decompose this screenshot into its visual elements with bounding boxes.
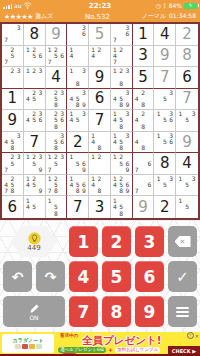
pencil-marks: 13458 <box>111 132 132 153</box>
wifi-icon <box>23 2 32 9</box>
given-digit: 4 <box>46 67 67 88</box>
user-digit: 9 <box>46 24 67 45</box>
given-digit: 8 <box>24 24 45 45</box>
cell-r6c3[interactable]: 3568 <box>46 132 68 154</box>
cell-r2c1[interactable]: 257 <box>2 46 24 68</box>
pencil-marks: 3568 <box>46 132 67 153</box>
pencil-marks: 145 <box>24 196 45 218</box>
given-digit: 2 <box>154 196 175 218</box>
cell-r5c2[interactable]: 23456 <box>24 110 46 132</box>
cell-r4c5[interactable]: 6 <box>89 89 111 111</box>
cell-r4c4[interactable]: 34589 <box>67 89 89 111</box>
cell-r6c7[interactable]: 48 <box>133 132 155 154</box>
ad-info-icon[interactable]: ? <box>187 332 194 339</box>
cell-r3c7[interactable]: 5 <box>133 67 155 89</box>
pencil-marks: 48 <box>133 132 154 153</box>
difficulty-group: ★★★★★ 激ムズ <box>4 12 53 21</box>
pencil-marks: 158 <box>46 196 67 218</box>
user-digit: 2 <box>176 24 198 45</box>
cell-r2c4[interactable]: 14 <box>67 46 89 68</box>
cell-r8c1[interactable]: 24578 <box>2 175 24 197</box>
given-digit: 4 <box>176 153 198 174</box>
cell-r3c6[interactable]: 1238 <box>111 67 133 89</box>
pencil-marks: 67 <box>133 175 154 196</box>
pencil-marks: 1569 <box>67 153 88 174</box>
pencil-marks: 138 <box>67 67 88 88</box>
mode-timer-group: ノーマル 01:34:58 <box>142 12 196 21</box>
cell-r6c1[interactable]: 3458 <box>2 132 24 154</box>
pencil-marks: 23 <box>2 67 23 88</box>
cell-r6c4[interactable]: 2 <box>67 132 89 154</box>
cell-r8c8[interactable]: 135 <box>154 175 176 197</box>
given-digit: 3 <box>133 46 154 67</box>
hint-count: 449 <box>27 245 40 252</box>
game-header: ★★★★★ 激ムズ No.532 ノーマル 01:34:58 <box>0 11 200 22</box>
user-digit: 5 <box>89 24 110 45</box>
pencil-marks: 12357 <box>46 153 67 174</box>
user-digit: 9 <box>133 196 154 218</box>
cell-r5c8[interactable]: 1356 <box>154 110 176 132</box>
lightbulb-icon <box>28 232 41 245</box>
cell-r1c4[interactable]: 36 <box>67 24 89 46</box>
given-digit: 5 <box>133 67 154 88</box>
difficulty-label: 激ムズ <box>35 12 53 21</box>
cell-r4c8[interactable]: 35 <box>154 89 176 111</box>
pencil-marks: 23456 <box>24 110 45 131</box>
cell-r8c4[interactable]: 145689 <box>67 175 89 197</box>
given-digit: 1 <box>133 24 154 45</box>
num-1-button[interactable]: 1 <box>69 226 98 257</box>
num-4-button[interactable]: 4 <box>69 261 98 292</box>
user-digit: 9 <box>176 132 198 153</box>
signal-icon <box>3 3 12 9</box>
pencil-marks: 367 <box>111 24 132 45</box>
pencil-marks: 2345 <box>24 89 45 110</box>
pencil-marks: 123 <box>24 67 45 88</box>
ad-pill-1: 選べるプレゼント6種 <box>58 347 106 353</box>
menu-button[interactable] <box>168 296 197 327</box>
cell-r9c3[interactable]: 158 <box>46 196 68 218</box>
difficulty-stars: ★★★★★ <box>4 13 33 21</box>
user-digit: 7 <box>154 67 175 88</box>
pencil-marks: 1238 <box>111 67 132 88</box>
cell-r3c1[interactable]: 23 <box>2 67 24 89</box>
cell-r4c9[interactable]: 7 <box>176 89 198 111</box>
cell-r7c8[interactable]: 8 <box>154 153 176 175</box>
cell-r1c1[interactable]: 37 <box>2 24 24 46</box>
cell-r4c3[interactable]: 2358 <box>46 89 68 111</box>
cell-r2c2[interactable]: 1256 <box>24 46 46 68</box>
cell-r7c3[interactable]: 12357 <box>46 153 68 175</box>
undo-button[interactable]: ↶ <box>3 261 32 292</box>
carrier-label: au <box>14 2 21 9</box>
ad-brand-label: カラダノート <box>13 338 44 343</box>
cell-r9c7[interactable]: 9 <box>133 196 155 218</box>
user-digit: 8 <box>176 46 198 67</box>
cell-r8c6[interactable]: 1245689 <box>111 175 133 197</box>
cell-r1c3[interactable]: 9 <box>46 24 68 46</box>
pencil-marks: 1356 <box>154 132 175 153</box>
pencil-marks: 1345 <box>67 110 88 131</box>
pencil-marks: 12459 <box>24 175 45 196</box>
cell-r1c2[interactable]: 8 <box>24 24 46 46</box>
pencil-marks: 148 <box>89 132 110 153</box>
given-digit: 7 <box>89 110 110 131</box>
cell-r9c5[interactable]: 3 <box>89 196 111 218</box>
keypad: 449 1 2 3 ✕ ↶ ↷ 4 5 6 ✓ ON 7 8 9 <box>0 220 200 332</box>
pencil-marks: 14 <box>67 46 88 67</box>
pencil-marks: 67 <box>133 153 154 174</box>
cell-r4c6[interactable]: 34589 <box>111 89 133 111</box>
pencil-marks: 257 <box>2 46 23 67</box>
cell-r5c5[interactable]: 7 <box>89 110 111 132</box>
bluetooth-icon: ᛒ <box>163 3 167 9</box>
cell-r9c2[interactable]: 145 <box>24 196 46 218</box>
cell-r3c8[interactable]: 7 <box>154 67 176 89</box>
cell-r3c2[interactable]: 123 <box>24 67 46 89</box>
cell-r7c9[interactable]: 4 <box>176 153 198 175</box>
pencil-marks: 12569 <box>111 153 132 174</box>
cell-r5c4[interactable]: 1345 <box>67 110 89 132</box>
cell-r9c4[interactable]: 7 <box>67 196 89 218</box>
ad-subtext: 選べるプレゼント6種 + 無料お試しサンプル <box>58 346 160 353</box>
num-5-button[interactable]: 5 <box>102 261 131 292</box>
given-digit: 4 <box>154 24 175 45</box>
pencil-marks: 24578 <box>2 175 23 196</box>
alarm-icon: ◷ <box>156 3 161 9</box>
battery-percent: 84% <box>169 2 182 9</box>
cell-r7c7[interactable]: 67 <box>133 153 155 175</box>
status-left: au <box>3 2 32 9</box>
pencil-marks: 34589 <box>111 89 132 110</box>
num-9-button[interactable]: 9 <box>135 296 164 327</box>
pencil-marks: 12 <box>89 153 110 174</box>
pencil-marks: 37 <box>2 24 23 45</box>
cell-r3c3[interactable]: 4 <box>46 67 68 89</box>
cell-r7c5[interactable]: 12 <box>89 153 111 175</box>
sudoku-board: 3789365367142257125612567141241247398231… <box>0 22 200 220</box>
ad-corner-icons: ? ✕ <box>187 332 199 339</box>
pencil-marks: 3458 <box>2 132 23 153</box>
cell-r2c3[interactable]: 12567 <box>46 46 68 68</box>
ad-product-thumbs <box>15 344 42 349</box>
num-3-button[interactable]: 3 <box>135 226 164 257</box>
redo-button[interactable]: ↷ <box>36 261 65 292</box>
hint-button[interactable]: 449 <box>3 226 65 257</box>
pencil-marks: 1256 <box>24 46 45 67</box>
backspace-icon: ✕ <box>175 236 191 247</box>
pencil-marks: 135 <box>176 175 198 196</box>
cell-r3c5[interactable]: 9 <box>89 67 111 89</box>
cell-r3c9[interactable]: 6 <box>176 67 198 89</box>
pencil-icon <box>29 303 40 314</box>
cell-r9c1[interactable]: 6 <box>2 196 24 218</box>
cell-r9c6[interactable]: 1458 <box>111 196 133 218</box>
cell-r8c2[interactable]: 12459 <box>24 175 46 197</box>
cell-r5c6[interactable]: 13458 <box>111 110 133 132</box>
cell-r5c1[interactable]: 9 <box>2 110 24 132</box>
cell-r7c6[interactable]: 12569 <box>111 153 133 175</box>
cell-r9c8[interactable]: 2 <box>154 196 176 218</box>
pencil-marks: 12578 <box>46 175 67 196</box>
cell-r2c8[interactable]: 9 <box>154 46 176 68</box>
given-digit: 6 <box>89 89 110 110</box>
check-button[interactable]: ✓ <box>168 261 197 292</box>
cell-r2c5[interactable]: 124 <box>89 46 111 68</box>
pencil-marks: 1356 <box>154 110 175 131</box>
given-digit: 6 <box>176 67 198 88</box>
cell-r4c1[interactable]: 1 <box>2 89 24 111</box>
given-digit: 7 <box>67 196 88 218</box>
charging-bolt-icon: ϟ <box>189 3 192 8</box>
ad-close-icon[interactable]: ✕ <box>195 333 199 339</box>
cell-r1c7[interactable]: 1 <box>133 24 155 46</box>
given-digit: 3 <box>89 196 110 218</box>
pencil-marks: 1245689 <box>111 175 132 196</box>
given-digit: 9 <box>2 110 23 131</box>
backspace-button[interactable]: ✕ <box>168 226 197 257</box>
num-8-button[interactable]: 8 <box>102 296 131 327</box>
cell-r8c9[interactable]: 135 <box>176 175 198 197</box>
cell-r5c7[interactable]: 248 <box>133 110 155 132</box>
ad-plus: + <box>108 346 113 353</box>
cell-r6c8[interactable]: 1356 <box>154 132 176 154</box>
mode-label: ノーマル <box>142 12 166 21</box>
num-2-button[interactable]: 2 <box>102 226 131 257</box>
pencil-marks: 124 <box>89 46 110 67</box>
app-window: au 22:23 ◷ ᛒ 84% ϟ ★★★★★ 激ムズ No.532 ノーマル… <box>0 0 200 356</box>
cell-r1c5[interactable]: 5 <box>89 24 111 46</box>
pencil-marks: 1247 <box>111 46 132 67</box>
pencil-marks: 13458 <box>111 110 132 131</box>
user-digit: 9 <box>154 46 175 67</box>
ad-logo: カラダノート <box>2 334 54 353</box>
given-digit: 7 <box>24 132 45 153</box>
pencil-marks: 248 <box>133 110 154 131</box>
pencil-marks: 36 <box>67 24 88 45</box>
pencil-marks: 1458 <box>111 196 132 218</box>
pencil-marks: 2357 <box>2 153 23 174</box>
battery-icon: ϟ <box>184 3 197 9</box>
pencil-marks: 2358 <box>46 89 67 110</box>
cell-r2c7[interactable]: 3 <box>133 46 155 68</box>
ad-banner[interactable]: カラダノート 育児中の ママ 全員プレゼント! ? ✕ 選べるプレゼント6種 +… <box>0 332 200 356</box>
cell-r6c5[interactable]: 148 <box>89 132 111 154</box>
cell-r7c2[interactable]: 12359 <box>24 153 46 175</box>
pencil-marks: 15 <box>176 196 198 218</box>
cell-r1c6[interactable]: 367 <box>111 24 133 46</box>
given-digit: 1 <box>2 89 23 110</box>
given-digit: 9 <box>89 67 110 88</box>
memo-on-label: ON <box>29 315 38 321</box>
cell-r6c6[interactable]: 13458 <box>111 132 133 154</box>
pencil-marks: 1248 <box>89 175 110 196</box>
memo-toggle-button[interactable]: ON <box>3 296 65 327</box>
cell-r2c6[interactable]: 1247 <box>111 46 133 68</box>
user-digit: 7 <box>176 89 198 110</box>
pencil-marks: 145689 <box>67 175 88 196</box>
pencil-marks: 35 <box>154 89 175 110</box>
cell-r9c9[interactable]: 15 <box>176 196 198 218</box>
cell-r5c3[interactable]: 23568 <box>46 110 68 132</box>
cell-r8c5[interactable]: 1248 <box>89 175 111 197</box>
pencil-marks: 34589 <box>67 89 88 110</box>
pencil-marks: 12567 <box>46 46 67 67</box>
cell-r4c2[interactable]: 2345 <box>24 89 46 111</box>
cell-r8c7[interactable]: 67 <box>133 175 155 197</box>
cell-r8c3[interactable]: 12578 <box>46 175 68 197</box>
cell-r7c1[interactable]: 2357 <box>2 153 24 175</box>
num-6-button[interactable]: 6 <box>135 261 164 292</box>
cell-r7c4[interactable]: 1569 <box>67 153 89 175</box>
pencil-marks: 135 <box>176 110 198 131</box>
cell-r1c9[interactable]: 2 <box>176 24 198 46</box>
status-bar: au 22:23 ◷ ᛒ 84% ϟ <box>0 0 200 11</box>
pencil-marks: 135 <box>154 175 175 196</box>
cell-r4c7[interactable]: 248 <box>133 89 155 111</box>
pencil-marks: 23568 <box>46 110 67 131</box>
pencil-marks: 248 <box>133 89 154 110</box>
cell-r6c9[interactable]: 9 <box>176 132 198 154</box>
given-digit: 2 <box>67 132 88 153</box>
cell-r1c8[interactable]: 4 <box>154 24 176 46</box>
cell-r2c9[interactable]: 8 <box>176 46 198 68</box>
cell-r6c2[interactable]: 7 <box>24 132 46 154</box>
puzzle-number: No.532 <box>85 13 110 21</box>
given-digit: 8 <box>154 153 175 174</box>
cell-r5c9[interactable]: 135 <box>176 110 198 132</box>
ad-pill-2: 無料お試しサンプル <box>115 347 160 353</box>
num-7-button[interactable]: 7 <box>69 296 98 327</box>
status-right: ◷ ᛒ 84% ϟ <box>156 2 197 9</box>
hamburger-icon <box>176 307 189 317</box>
timer-label: 01:34:58 <box>169 12 196 21</box>
given-digit: 6 <box>2 196 23 218</box>
pencil-marks: 12359 <box>24 153 45 174</box>
cell-r3c4[interactable]: 138 <box>67 67 89 89</box>
